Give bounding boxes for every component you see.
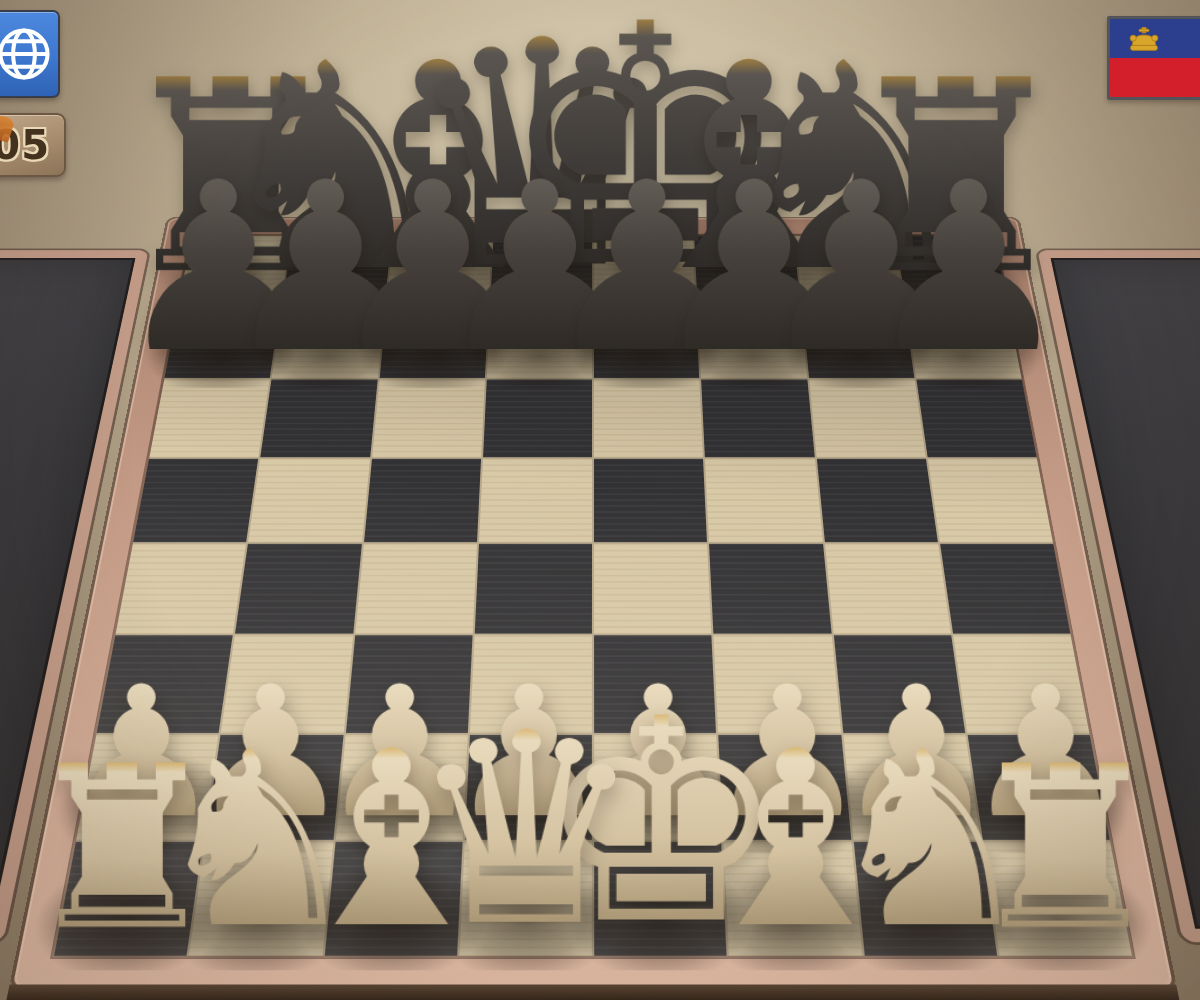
- square-h6[interactable]: [916, 379, 1036, 457]
- square-b7[interactable]: [272, 305, 384, 378]
- white-rook-h1[interactable]: ♜: [981, 840, 1132, 956]
- white-rook-a1[interactable]: ♜: [54, 840, 205, 956]
- square-e7[interactable]: [594, 305, 700, 378]
- square-d6[interactable]: [483, 379, 592, 457]
- square-f5[interactable]: [705, 459, 822, 543]
- white-rook-glyph: ♜: [964, 742, 1166, 956]
- square-g5[interactable]: [816, 459, 937, 543]
- square-b5[interactable]: [248, 459, 369, 543]
- flag-red-band: [1110, 58, 1200, 97]
- square-b6[interactable]: [261, 379, 378, 457]
- square-d7[interactable]: [487, 305, 593, 378]
- square-c5[interactable]: [364, 459, 481, 543]
- square-c7[interactable]: [379, 305, 488, 378]
- counter-badge: 05: [0, 113, 66, 177]
- white-rook-glyph: ♜: [21, 742, 223, 956]
- square-c8[interactable]: [386, 236, 491, 304]
- white-queen-d1[interactable]: ♛: [458, 840, 593, 956]
- chessboard-3d-scene: ♜♞♝♛♚♝♞♜♟♟♟♟♟♟♟♟♟♟♟♟♟♟♟♟♜♞♝♛♚♝♞♜: [103, 53, 1083, 1000]
- square-f6[interactable]: [701, 379, 814, 457]
- square-h8[interactable]: [895, 236, 1007, 304]
- square-a5[interactable]: [133, 459, 258, 543]
- white-queen-glyph: ♛: [407, 705, 644, 956]
- square-d8[interactable]: [490, 236, 592, 304]
- square-e6[interactable]: [594, 379, 703, 457]
- online-globe-button[interactable]: [0, 10, 60, 98]
- square-g7[interactable]: [802, 305, 914, 378]
- square-g6[interactable]: [809, 379, 926, 457]
- globe-icon: [0, 25, 53, 83]
- square-a6[interactable]: [149, 379, 269, 457]
- square-c6[interactable]: [372, 379, 485, 457]
- flag-blue-band: [1110, 19, 1200, 58]
- square-e5[interactable]: [594, 459, 707, 543]
- square-b8[interactable]: [283, 236, 392, 304]
- chessboard: ♜♞♝♛♚♝♞♜♟♟♟♟♟♟♟♟♟♟♟♟♟♟♟♟♜♞♝♛♚♝♞♜: [12, 218, 1173, 987]
- square-d5[interactable]: [479, 459, 592, 543]
- square-h5[interactable]: [928, 459, 1053, 543]
- square-f7[interactable]: [698, 305, 807, 378]
- square-a7[interactable]: [165, 305, 281, 378]
- crown-icon: [1126, 26, 1162, 58]
- liechtenstein-flag: [1107, 16, 1200, 100]
- square-g8[interactable]: [795, 236, 904, 304]
- square-f8[interactable]: [694, 236, 799, 304]
- square-a8[interactable]: [179, 236, 291, 304]
- square-h7[interactable]: [905, 305, 1021, 378]
- square-e8[interactable]: [594, 236, 696, 304]
